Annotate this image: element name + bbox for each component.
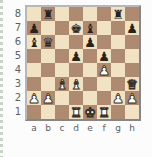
piece-black-pawn[interactable]: ♟ xyxy=(98,49,110,62)
square-f1[interactable]: ♜ xyxy=(97,105,111,119)
square-e6[interactable]: ♟ xyxy=(83,35,97,49)
square-a6[interactable]: ♝ xyxy=(27,35,41,49)
piece-black-rook[interactable]: ♜ xyxy=(112,7,124,20)
piece-black-pawn[interactable]: ♟ xyxy=(84,35,96,48)
square-f4[interactable]: ♟ xyxy=(97,63,111,77)
rank-label-5: 5 xyxy=(8,49,21,63)
square-h7[interactable]: ♟ xyxy=(125,21,139,35)
square-a7[interactable]: ♟ xyxy=(27,21,41,35)
square-g5[interactable] xyxy=(111,49,125,63)
rank-labels: 87654321 xyxy=(8,7,21,119)
square-a8[interactable] xyxy=(27,7,41,21)
file-label-f: f xyxy=(97,123,111,134)
square-a3[interactable] xyxy=(27,77,41,91)
file-label-e: e xyxy=(83,123,97,134)
file-label-b: b xyxy=(41,123,55,134)
file-label-d: d xyxy=(69,123,83,134)
square-f6[interactable] xyxy=(97,35,111,49)
square-f2[interactable] xyxy=(97,91,111,105)
square-c3[interactable]: ♝ xyxy=(55,77,69,91)
square-f8[interactable] xyxy=(97,7,111,21)
square-e5[interactable] xyxy=(83,49,97,63)
piece-black-queen[interactable]: ♛ xyxy=(42,35,54,48)
square-b7[interactable] xyxy=(41,21,55,35)
piece-white-bishop[interactable]: ♝ xyxy=(56,77,68,90)
square-h4[interactable] xyxy=(125,63,139,77)
rank-label-1: 1 xyxy=(8,105,21,119)
square-b8[interactable]: ♜ xyxy=(41,7,55,21)
square-d7[interactable]: ♚ xyxy=(69,21,83,35)
square-c8[interactable] xyxy=(55,7,69,21)
piece-white-pawn[interactable]: ♟ xyxy=(28,91,40,104)
square-g3[interactable] xyxy=(111,77,125,91)
rank-label-8: 8 xyxy=(8,7,21,21)
piece-white-rook[interactable]: ♜ xyxy=(98,105,110,118)
square-f7[interactable] xyxy=(97,21,111,35)
square-e2[interactable] xyxy=(83,91,97,105)
rank-label-6: 6 xyxy=(8,35,21,49)
square-c1[interactable] xyxy=(55,105,69,119)
square-h1[interactable] xyxy=(125,105,139,119)
square-g7[interactable] xyxy=(111,21,125,35)
rank-label-2: 2 xyxy=(8,91,21,105)
square-c6[interactable] xyxy=(55,35,69,49)
piece-white-pawn[interactable]: ♟ xyxy=(42,91,54,104)
piece-black-pawn[interactable]: ♟ xyxy=(126,21,138,34)
square-b3[interactable] xyxy=(41,77,55,91)
piece-black-pawn[interactable]: ♟ xyxy=(70,49,82,62)
square-e3[interactable] xyxy=(83,77,97,91)
square-g6[interactable] xyxy=(111,35,125,49)
piece-white-bishop[interactable]: ♝ xyxy=(70,77,82,90)
chess-board[interactable]: ♜♜♟♚♝♟♝♛♟♟♟♟♝♝♛♟♟♟♟♜♚♜ xyxy=(25,5,141,121)
square-d5[interactable]: ♟ xyxy=(69,49,83,63)
square-d1[interactable]: ♜ xyxy=(69,105,83,119)
piece-white-pawn[interactable]: ♟ xyxy=(112,91,124,104)
square-b5[interactable] xyxy=(41,49,55,63)
piece-white-queen[interactable]: ♛ xyxy=(126,77,138,90)
square-g1[interactable] xyxy=(111,105,125,119)
square-a4[interactable] xyxy=(27,63,41,77)
square-g8[interactable]: ♜ xyxy=(111,7,125,21)
square-h8[interactable] xyxy=(125,7,139,21)
square-c2[interactable] xyxy=(55,91,69,105)
rank-label-3: 3 xyxy=(8,77,21,91)
piece-black-bishop[interactable]: ♝ xyxy=(84,21,96,34)
square-h5[interactable] xyxy=(125,49,139,63)
piece-black-pawn[interactable]: ♟ xyxy=(28,21,40,34)
square-d2[interactable] xyxy=(69,91,83,105)
file-labels: abcdefgh xyxy=(27,123,139,134)
square-d3[interactable]: ♝ xyxy=(69,77,83,91)
file-label-h: h xyxy=(125,123,139,134)
square-a1[interactable] xyxy=(27,105,41,119)
square-e7[interactable]: ♝ xyxy=(83,21,97,35)
square-h2[interactable]: ♟ xyxy=(125,91,139,105)
file-label-g: g xyxy=(111,123,125,134)
rank-label-4: 4 xyxy=(8,63,21,77)
square-h3[interactable]: ♛ xyxy=(125,77,139,91)
square-e8[interactable] xyxy=(83,7,97,21)
square-f5[interactable]: ♟ xyxy=(97,49,111,63)
square-c4[interactable] xyxy=(55,63,69,77)
square-e4[interactable] xyxy=(83,63,97,77)
rank-label-7: 7 xyxy=(8,21,21,35)
square-g4[interactable] xyxy=(111,63,125,77)
square-e1[interactable]: ♚ xyxy=(83,105,97,119)
chess-diagram-page: 87654321 ♜♜♟♚♝♟♝♛♟♟♟♟♝♝♛♟♟♟♟♜♚♜ abcdefgh xyxy=(0,0,152,157)
square-h6[interactable] xyxy=(125,35,139,49)
perforated-edge xyxy=(0,0,3,157)
square-a5[interactable] xyxy=(27,49,41,63)
square-c5[interactable] xyxy=(55,49,69,63)
piece-white-king[interactable]: ♚ xyxy=(84,105,96,118)
piece-white-rook[interactable]: ♜ xyxy=(70,105,82,118)
square-b1[interactable] xyxy=(41,105,55,119)
square-f3[interactable] xyxy=(97,77,111,91)
piece-black-bishop[interactable]: ♝ xyxy=(28,35,40,48)
piece-white-pawn[interactable]: ♟ xyxy=(98,63,110,76)
square-b6[interactable]: ♛ xyxy=(41,35,55,49)
square-d6[interactable] xyxy=(69,35,83,49)
square-b4[interactable] xyxy=(41,63,55,77)
square-g2[interactable]: ♟ xyxy=(111,91,125,105)
square-d8[interactable] xyxy=(69,7,83,21)
file-label-a: a xyxy=(27,123,41,134)
square-a2[interactable]: ♟ xyxy=(27,91,41,105)
piece-black-king[interactable]: ♚ xyxy=(70,21,82,34)
file-label-c: c xyxy=(55,123,69,134)
square-c7[interactable] xyxy=(55,21,69,35)
square-d4[interactable] xyxy=(69,63,83,77)
piece-black-rook[interactable]: ♜ xyxy=(42,7,54,20)
square-b2[interactable]: ♟ xyxy=(41,91,55,105)
piece-white-pawn[interactable]: ♟ xyxy=(126,91,138,104)
